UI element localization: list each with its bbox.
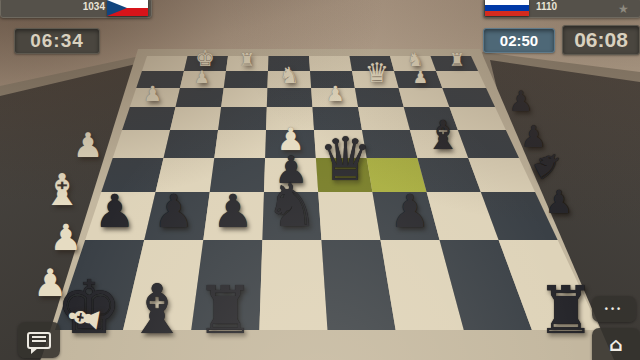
clock-right: 06:08 [562,25,640,55]
white-rook-f1[interactable]: ♜ [239,52,255,70]
captured-white-pawn: ♟ [33,264,67,302]
black-bishop-g8[interactable]: ♝ [127,276,188,344]
black-pawn-c7[interactable]: ♟ [390,190,431,236]
czech-flag-icon [107,0,148,16]
white-rook-a1[interactable]: ♜ [449,52,465,70]
white-pawn-h3[interactable]: ♟ [143,84,162,105]
russia-flag-icon [485,0,529,16]
captured-white-bishop: ♝ [42,168,81,212]
chat-button[interactable] [18,322,60,358]
more-options-button[interactable]: ••• [592,296,636,322]
black-bishop-b5[interactable]: ♝ [425,115,461,155]
black-pawn-g7[interactable]: ♟ [153,190,194,236]
white-pawn-b2[interactable]: ♟ [413,69,428,86]
exit-button[interactable]: ⌂ [592,328,640,360]
black-queen-d6[interactable]: ♛ [318,129,372,189]
chat-bubble-icon [27,332,51,349]
black-knight-e7[interactable]: ♞ [265,175,319,235]
chess-scene: ♚♜♜♞♞♛♟♟♟♟♟♚♛♜♜♝♝♞♟♟♟♟♟♟♝♟♟♝♟♟♞♟ [0,0,640,360]
white-pawn-d3[interactable]: ♟ [326,84,345,105]
more-options-icon: ••• [605,304,623,314]
white-knight-e2[interactable]: ♞ [279,64,299,87]
captured-white-pawn: ♟ [73,128,103,162]
captured-black-pawn: ♟ [521,122,548,152]
captured-white-pawn: ♟ [50,220,82,256]
star-icon: ★ [618,2,629,16]
captured-white-bishop-fallen: ♝ [61,297,107,339]
white-pawn-g2[interactable]: ♟ [194,69,209,86]
home-icon: ⌂ [609,333,623,355]
player-rating-left: 1034 [1,1,105,12]
move-timer: 02:50 [483,28,555,53]
black-rook-a8[interactable]: ♜ [536,278,595,344]
black-pawn-h7[interactable]: ♟ [94,190,135,236]
captured-black-pawn: ♟ [508,88,533,116]
black-rook-f8[interactable]: ♜ [196,278,255,344]
black-pawn-f7[interactable]: ♟ [212,190,253,236]
captured-black-pawn: ♟ [545,186,574,218]
white-queen-c2[interactable]: ♛ [365,59,389,86]
clock-left: 06:34 [14,28,100,54]
